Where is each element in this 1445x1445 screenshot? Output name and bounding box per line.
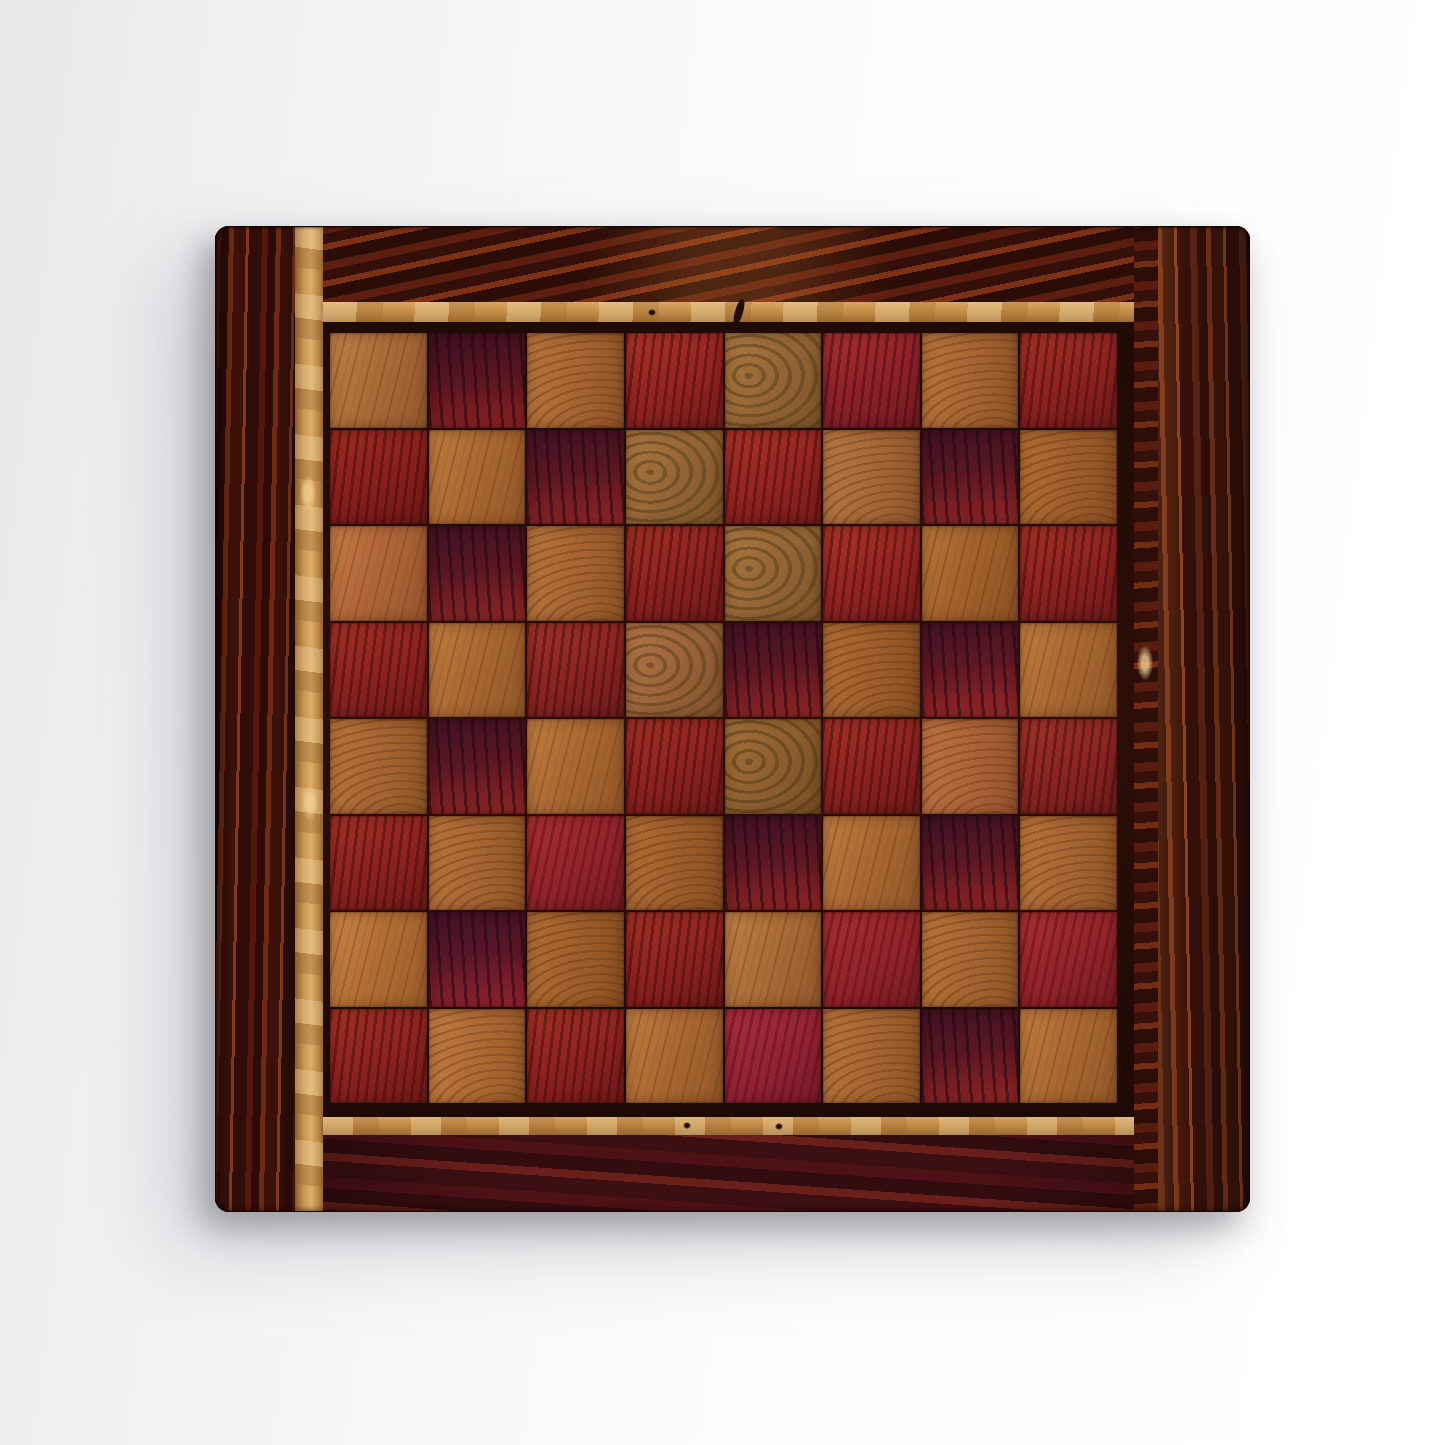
playing-field bbox=[330, 333, 1117, 1103]
square-c8[interactable] bbox=[527, 333, 624, 428]
square-d6[interactable] bbox=[626, 526, 723, 621]
square-h3[interactable] bbox=[1020, 816, 1117, 911]
square-g6[interactable] bbox=[922, 526, 1019, 621]
square-c3[interactable] bbox=[527, 816, 624, 911]
square-g1[interactable] bbox=[922, 1009, 1019, 1104]
square-e2[interactable] bbox=[725, 912, 822, 1007]
square-c5[interactable] bbox=[527, 623, 624, 718]
square-g4[interactable] bbox=[922, 719, 1019, 814]
square-a7[interactable] bbox=[330, 430, 427, 525]
square-a3[interactable] bbox=[330, 816, 427, 911]
square-a8[interactable] bbox=[330, 333, 427, 428]
square-f4[interactable] bbox=[823, 719, 920, 814]
square-d7[interactable] bbox=[626, 430, 723, 525]
square-b8[interactable] bbox=[429, 333, 526, 428]
square-h7[interactable] bbox=[1020, 430, 1117, 525]
square-b5[interactable] bbox=[429, 623, 526, 718]
square-h6[interactable] bbox=[1020, 526, 1117, 621]
square-a6[interactable] bbox=[330, 526, 427, 621]
frame-bottom-rail bbox=[323, 1135, 1134, 1212]
square-f7[interactable] bbox=[823, 430, 920, 525]
square-f3[interactable] bbox=[823, 816, 920, 911]
square-e3[interactable] bbox=[725, 816, 822, 911]
inlay-knot bbox=[775, 1123, 783, 1130]
square-a2[interactable] bbox=[330, 912, 427, 1007]
square-f5[interactable] bbox=[823, 623, 920, 718]
square-e5[interactable] bbox=[725, 623, 822, 718]
square-e6[interactable] bbox=[725, 526, 822, 621]
square-a5[interactable] bbox=[330, 623, 427, 718]
frame-right-band bbox=[1158, 226, 1250, 1212]
square-a1[interactable] bbox=[330, 1009, 427, 1104]
square-f6[interactable] bbox=[823, 526, 920, 621]
square-a4[interactable] bbox=[330, 719, 427, 814]
square-c4[interactable] bbox=[527, 719, 624, 814]
square-c6[interactable] bbox=[527, 526, 624, 621]
square-g7[interactable] bbox=[922, 430, 1019, 525]
square-c2[interactable] bbox=[527, 912, 624, 1007]
maple-inlay-left bbox=[295, 226, 323, 1212]
inlay-knot bbox=[683, 1122, 691, 1129]
square-b3[interactable] bbox=[429, 816, 526, 911]
inlay-blotch bbox=[300, 476, 316, 510]
square-f1[interactable] bbox=[823, 1009, 920, 1104]
inlay-blotch bbox=[302, 786, 318, 820]
maple-inlay-top bbox=[323, 302, 1134, 322]
square-g8[interactable] bbox=[922, 333, 1019, 428]
square-d5[interactable] bbox=[626, 623, 723, 718]
square-h8[interactable] bbox=[1020, 333, 1117, 428]
square-d8[interactable] bbox=[626, 333, 723, 428]
chessboard bbox=[215, 226, 1250, 1212]
maple-inlay-right bbox=[1134, 226, 1158, 1212]
square-b2[interactable] bbox=[429, 912, 526, 1007]
square-c7[interactable] bbox=[527, 430, 624, 525]
square-d1[interactable] bbox=[626, 1009, 723, 1104]
square-c1[interactable] bbox=[527, 1009, 624, 1104]
square-d4[interactable] bbox=[626, 719, 723, 814]
square-g5[interactable] bbox=[922, 623, 1019, 718]
square-b1[interactable] bbox=[429, 1009, 526, 1104]
maple-inlay-bottom bbox=[323, 1117, 1134, 1135]
square-f8[interactable] bbox=[823, 333, 920, 428]
square-e8[interactable] bbox=[725, 333, 822, 428]
inlay-blotch bbox=[1137, 646, 1153, 680]
square-h1[interactable] bbox=[1020, 1009, 1117, 1104]
inlay-knot bbox=[648, 309, 656, 316]
product-photo-scene bbox=[0, 0, 1445, 1445]
square-b4[interactable] bbox=[429, 719, 526, 814]
square-f2[interactable] bbox=[823, 912, 920, 1007]
square-b6[interactable] bbox=[429, 526, 526, 621]
square-h5[interactable] bbox=[1020, 623, 1117, 718]
square-e4[interactable] bbox=[725, 719, 822, 814]
frame-left-band bbox=[215, 226, 295, 1212]
square-d2[interactable] bbox=[626, 912, 723, 1007]
square-b7[interactable] bbox=[429, 430, 526, 525]
square-e1[interactable] bbox=[725, 1009, 822, 1104]
square-e7[interactable] bbox=[725, 430, 822, 525]
square-g2[interactable] bbox=[922, 912, 1019, 1007]
square-g3[interactable] bbox=[922, 816, 1019, 911]
square-h2[interactable] bbox=[1020, 912, 1117, 1007]
frame-top-rail bbox=[323, 226, 1134, 302]
square-h4[interactable] bbox=[1020, 719, 1117, 814]
square-d3[interactable] bbox=[626, 816, 723, 911]
